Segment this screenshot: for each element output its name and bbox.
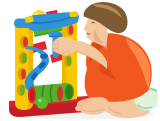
big-toe (75, 106, 82, 111)
hole-green-glimpse (67, 56, 71, 66)
hole-green-glimpse (22, 53, 27, 63)
hole-red-glimpse (23, 37, 28, 47)
tunnel-red-ring-right (57, 86, 63, 101)
photo-canvas: A toddler with short light-brown hair, w… (0, 0, 160, 121)
hole-green-glimpse (20, 85, 25, 95)
green-ball-highlight (38, 99, 42, 103)
scene-illustration: A toddler with short light-brown hair, w… (0, 0, 160, 121)
tunnel-opening (65, 85, 73, 100)
tunnel-ring-inner (30, 89, 34, 101)
tray-corner-cap (69, 11, 78, 17)
toe (88, 99, 91, 102)
hole-red-glimpse (21, 69, 26, 79)
hole-red-glimpse (69, 25, 73, 35)
tray-corner-cap (25, 16, 34, 23)
plunger-cap-edge (49, 36, 62, 37)
green-ball-bottom (36, 97, 48, 109)
